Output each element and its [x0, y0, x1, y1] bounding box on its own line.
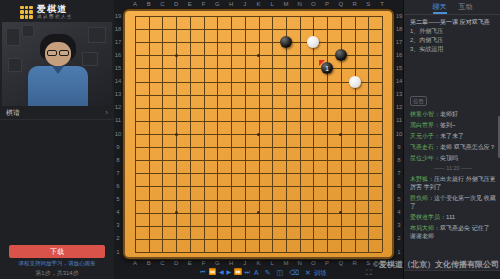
annotation-tools: A✎◫⌫✕ — [254, 267, 311, 278]
brand-logo: 爱棋道 成就围棋人生 — [20, 3, 73, 21]
chat-message-list[interactable]: 棋童小智：老师好黑白世界：签到~天元小子：来了来了飞燕走石：老师 双飞燕怎么应？… — [410, 110, 496, 268]
row-label: 14 — [114, 78, 122, 85]
row-label: 10 — [395, 131, 403, 138]
tab-聊天[interactable]: 聊天 — [433, 0, 447, 14]
chat-username: 天元小子： — [410, 133, 440, 139]
column-label: K — [253, 1, 265, 8]
chat-message: 胜负师：这个变化第一次见 收藏了 — [410, 194, 496, 210]
column-label: F — [198, 1, 210, 8]
nav-fast-back-icon[interactable]: ⏪ — [208, 267, 216, 278]
row-label: 19 — [395, 13, 403, 20]
row-label: 11 — [395, 117, 403, 124]
board-grid-line — [382, 16, 383, 252]
black-stone-P15[interactable]: 1 — [321, 62, 333, 74]
chat-username: 飞燕走石： — [410, 144, 440, 150]
chat-message: 棋童小智：老师好 — [410, 110, 496, 118]
black-stone-Q16[interactable] — [335, 49, 347, 61]
column-label: O — [307, 1, 319, 8]
nav-first-icon[interactable]: ⏮ — [200, 267, 205, 278]
star-point — [339, 211, 342, 214]
column-label: T — [376, 1, 388, 8]
board-grid-line — [135, 147, 382, 148]
chevron-right-icon: › — [105, 108, 108, 117]
board-grid-line — [313, 16, 314, 252]
row-label: 12 — [114, 104, 122, 111]
row-label: 2 — [395, 235, 403, 242]
row-label: 4 — [395, 209, 403, 216]
row-label: 11 — [114, 117, 122, 124]
row-label: 15 — [395, 65, 403, 72]
board-grid-line — [355, 16, 356, 252]
nav-back-icon[interactable]: ◀ — [219, 267, 224, 278]
chat-username: 棋童小智： — [410, 111, 440, 117]
chat-username: 木野狐： — [410, 176, 434, 182]
kifu-row[interactable]: 棋谱 › — [0, 106, 114, 120]
chat-message: 黑白世界：签到~ — [410, 121, 496, 129]
star-point — [339, 133, 342, 136]
chat-text: 来了来了 — [440, 133, 464, 139]
notice-tag: 公告 — [410, 96, 427, 106]
chat-text: 111 — [446, 214, 455, 220]
star-point — [175, 211, 178, 214]
board-toolbar: ⏮⏪◀▶⏩⏭ A✎◫⌫✕ 训练 ⛶ — [114, 266, 403, 279]
row-label: 18 — [114, 26, 122, 33]
panel-tabs: 聊天互动 — [404, 0, 500, 15]
white-stone-R14[interactable] — [349, 76, 361, 88]
chat-text: 老师 双飞燕怎么应？ — [440, 144, 496, 150]
column-label: L — [266, 1, 278, 8]
brand-subtitle: 成就围棋人生 — [37, 15, 73, 20]
chat-text: 尖顶吗 — [440, 155, 458, 161]
board-grid-line — [135, 160, 382, 161]
board-grid-line — [135, 173, 382, 174]
board-grid-line — [135, 226, 382, 227]
pencil-tool-icon[interactable]: ✎ — [265, 267, 271, 278]
star-point — [257, 133, 260, 136]
chat-message: 爱棋道学员：111 — [410, 213, 496, 221]
column-label: E — [184, 1, 196, 8]
nav-forward-icon[interactable]: ▶ — [227, 267, 232, 278]
row-label: 12 — [395, 104, 403, 111]
instructor-glasses — [47, 50, 69, 56]
row-label: 5 — [114, 196, 122, 203]
chat-text: 老师好 — [440, 111, 458, 117]
row-label: 17 — [114, 39, 122, 46]
chat-input-bar — [404, 270, 500, 279]
chat-username: 爱棋道学员： — [410, 214, 446, 220]
nav-last-icon[interactable]: ⏭ — [245, 267, 250, 278]
row-label: 1 — [395, 249, 403, 256]
column-label: C — [156, 1, 168, 8]
row-label: 3 — [395, 222, 403, 229]
board-grid-line — [300, 16, 301, 252]
stone-move-number: 1 — [321, 62, 333, 74]
row-label: 15 — [114, 65, 122, 72]
star-point — [257, 211, 260, 214]
tab-互动[interactable]: 互动 — [459, 0, 473, 14]
nav-fast-forward-icon[interactable]: ⏩ — [234, 267, 242, 278]
board-grid-line — [135, 186, 382, 187]
fullscreen-icon[interactable]: ⛶ — [366, 267, 372, 278]
row-label: 13 — [395, 91, 403, 98]
star-point — [257, 54, 260, 57]
lesson-outline: 第二章——第一课 应对双飞燕 1、外侧飞压2、内侧飞压3、实战运用 — [410, 18, 498, 54]
kifu-label: 棋谱 — [6, 108, 20, 118]
board-grid-line — [272, 16, 273, 252]
lesson-item: 1、外侧飞压 — [410, 27, 498, 36]
chart-tool-icon[interactable]: ◫ — [277, 267, 284, 278]
wall-poster — [88, 27, 106, 43]
company-watermark: ©爱棋道（北京）文化传播有限公司 — [373, 259, 499, 270]
letter-tool-icon[interactable]: A — [254, 267, 259, 278]
chat-message: 布局大师：双飞燕必尖 记住了 谢谢老师 — [410, 224, 496, 240]
download-button[interactable]: 下载 — [9, 245, 105, 258]
column-label: H — [225, 1, 237, 8]
board-area: ABCDEFGHJKLMNOPQRST ABCDEFGHJKLMNOPQRST … — [114, 0, 403, 279]
row-label: 2 — [114, 235, 122, 242]
brand-title: 爱棋道 — [37, 5, 73, 14]
go-board[interactable]: 1 — [123, 9, 394, 259]
chat-time-divider: —— 11:20 —— — [410, 165, 496, 171]
row-label: 16 — [395, 52, 403, 59]
row-label: 6 — [114, 183, 122, 190]
board-grid-line — [135, 252, 382, 253]
board-grid-line — [286, 16, 287, 252]
column-label: Q — [335, 1, 347, 8]
row-label: 18 — [395, 26, 403, 33]
row-label: 10 — [114, 131, 122, 138]
chat-message: 木野狐：压出去就行 外侧飞压更厉害 学到了 — [410, 175, 496, 191]
row-label: 17 — [395, 39, 403, 46]
step-counter: 第1步，共314步 — [0, 269, 114, 278]
sidebar: 爱棋道 成就围棋人生 棋谱 › 下载 课程支持回放学习，请放心观看 第1步，共3… — [0, 0, 115, 279]
row-label: 16 — [114, 52, 122, 59]
black-stone-M17[interactable] — [280, 36, 292, 48]
chat-message: 星位少年：尖顶吗 — [410, 154, 496, 162]
column-label: B — [143, 1, 155, 8]
row-label: 19 — [114, 13, 122, 20]
training-button[interactable]: 训练 — [314, 267, 327, 278]
column-label: A — [129, 1, 141, 8]
wall-poster — [22, 25, 34, 37]
column-label: S — [362, 1, 374, 8]
column-label: M — [280, 1, 292, 8]
row-label: 4 — [114, 209, 122, 216]
column-label: P — [321, 1, 333, 8]
live-go-lesson-app: 爱棋道 成就围棋人生 棋谱 › 下载 课程支持回放学习，请放心观看 第1步，共3… — [0, 0, 500, 279]
row-label: 7 — [395, 170, 403, 177]
wall-poster — [6, 28, 20, 46]
row-label: 8 — [395, 157, 403, 164]
board-grid-line — [368, 16, 369, 252]
column-label: G — [211, 1, 223, 8]
eraser-tool-icon[interactable]: ⌫ — [289, 267, 299, 278]
column-label: D — [170, 1, 182, 8]
row-label: 14 — [395, 78, 403, 85]
chat-message: 天元小子：来了来了 — [410, 132, 496, 140]
lesson-title: 第二章——第一课 应对双飞燕 — [410, 18, 498, 27]
row-label: 3 — [114, 222, 122, 229]
promo-link[interactable]: 课程支持回放学习，请放心观看 — [0, 260, 114, 267]
wall-poster — [82, 52, 98, 66]
row-label: 9 — [114, 144, 122, 151]
chat-username: 胜负师： — [410, 195, 434, 201]
logo-grid-icon — [20, 6, 33, 19]
instructor-video[interactable] — [2, 22, 112, 106]
column-label: J — [239, 1, 251, 8]
move-navigation: ⏮⏪◀▶⏩⏭ — [200, 267, 250, 278]
row-label: 8 — [114, 157, 122, 164]
star-point — [175, 54, 178, 57]
chat-text: 签到~ — [440, 122, 456, 128]
lesson-item: 2、内侧飞压 — [410, 36, 498, 45]
row-label: 1 — [114, 249, 122, 256]
star-point — [175, 133, 178, 136]
row-label: 9 — [395, 144, 403, 151]
row-label: 5 — [395, 196, 403, 203]
column-label: N — [294, 1, 306, 8]
clear-tool-icon[interactable]: ✕ — [305, 267, 311, 278]
chat-username: 黑白世界： — [410, 122, 440, 128]
chat-username: 星位少年： — [410, 155, 440, 161]
board-grid-line — [135, 200, 382, 201]
chat-message: 飞燕走石：老师 双飞燕怎么应？ — [410, 143, 496, 151]
lesson-item: 3、实战运用 — [410, 45, 498, 54]
column-label: R — [349, 1, 361, 8]
row-label: 13 — [114, 91, 122, 98]
white-stone-O17[interactable] — [307, 36, 319, 48]
board-grid-line — [327, 16, 328, 252]
board-grid-line — [135, 239, 382, 240]
chat-panel: 聊天互动 第二章——第一课 应对双飞燕 1、外侧飞压2、内侧飞压3、实战运用 公… — [403, 0, 500, 279]
wall-poster — [8, 58, 22, 72]
chat-username: 布局大师： — [410, 225, 440, 231]
row-label: 6 — [395, 183, 403, 190]
row-label: 7 — [114, 170, 122, 177]
